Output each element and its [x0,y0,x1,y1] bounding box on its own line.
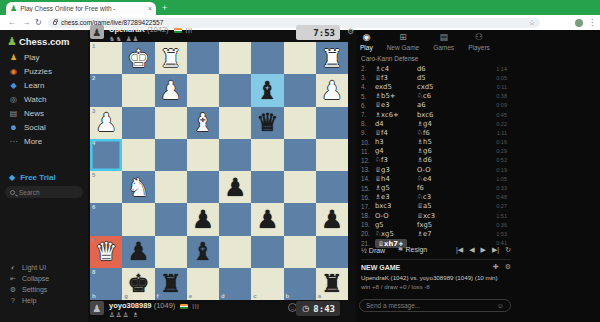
bottom-player-avatar[interactable]: ♟ [90,301,104,315]
chat-input[interactable]: Send a message... ☺ [359,299,511,312]
sidebar-menu: ♟Play◉Puzzles◆Learn◎Watch▤News☻Social⋯Mo… [0,50,88,148]
panel-tabs: ◉Play⊞New Game▤Games⚇Players [360,32,490,51]
file-label-b: b [286,293,290,299]
news-icon: ▤ [9,109,18,118]
square-c3[interactable]: ♛ [251,107,283,139]
square-a3[interactable] [316,107,348,139]
go-start-button[interactable]: |◀ [456,246,463,254]
piece-black-k-g8[interactable]: ♚ [122,268,154,300]
rank-label-8: 8 [92,269,95,275]
back-icon[interactable]: ← [8,18,16,27]
tab-play[interactable]: ◉Play [360,32,373,51]
play-tab-icon: ◉ [362,32,370,42]
forward-icon[interactable]: → [22,18,30,27]
square-a1[interactable]: ♜ [316,42,348,74]
square-d4[interactable] [219,139,251,171]
light-ui-icon: ◐ [9,264,17,271]
opening-name: Caro-Kann Defense [361,55,418,62]
sidebar-item-puzzles[interactable]: ◉Puzzles [0,64,88,78]
window-frame: ♟ Play Chess Online for Free with - × + [0,0,600,15]
square-b8[interactable]: b [284,268,316,300]
square-b3[interactable] [284,107,316,139]
new-game-tab-icon: ⊞ [399,32,407,42]
square-f4[interactable] [155,139,187,171]
sidebar-footer: ◐Light UI⇤Collapse⚙Settings?Help [0,262,88,306]
square-c7[interactable] [251,236,283,268]
reload-icon[interactable]: ↻ [35,18,42,27]
move-row-2[interactable]: 2.♗c4d61:14 [361,64,511,73]
game-controls: ½Draw ⚑Resign |◀◀▶▶|↻ [361,246,511,254]
rank-label-2: 2 [92,75,95,81]
flip-board-button[interactable]: ↻ [505,246,511,254]
tab-players[interactable]: ⚇Players [468,32,490,51]
square-a4[interactable] [316,139,348,171]
square-a6[interactable]: ♟ [316,203,348,235]
square-f7[interactable] [155,236,187,268]
right-panel: ◉Play⊞New Game▤Games⚇Players Caro-Kann D… [356,30,600,322]
sidebar-item-watch[interactable]: ◎Watch [0,92,88,106]
social-icon: ☻ [9,123,18,132]
search-icon [10,190,15,195]
bottom-player-rating: (1049) [154,301,176,310]
players-tab-icon: ⚇ [475,32,483,42]
left-sidebar: ♟ Chess.com ♟Play◉Puzzles◆Learn◎Watch▤Ne… [0,30,88,322]
square-d8[interactable]: d [219,268,251,300]
move-row-12[interactable]: 12.♘f3♗d60:52 [361,156,511,165]
square-h6[interactable]: 6 [90,203,122,235]
square-f3[interactable] [155,107,187,139]
piece-white-n-g5[interactable]: ♞ [122,171,154,203]
chess-board[interactable]: 1♚♜♜2♟♝♟3♟♝♛45♞♟6♟♟♟7♛♟♝8hg♚f♜edcba♜ [90,42,348,300]
top-player-flag-icon [174,28,182,33]
piece-black-r-a8[interactable]: ♜ [316,268,348,300]
file-label-h: h [92,293,96,299]
square-d3[interactable] [219,107,251,139]
sidebar-item-social[interactable]: ☻Social [0,120,88,134]
square-h7[interactable]: 7♛ [90,236,122,268]
square-b5[interactable] [284,171,316,203]
go-back-button[interactable]: ◀ [469,246,474,254]
move-row-17[interactable]: 17.bxc3♕a50:27 [361,202,511,211]
square-d1[interactable] [219,42,251,74]
help-icon: ? [9,297,17,304]
piece-black-b-e7[interactable]: ♝ [187,236,219,268]
square-g7[interactable]: ♟ [122,236,154,268]
move-row-16[interactable]: 16.♗e3♘c30:48 [361,193,511,202]
footer-item-light-ui[interactable]: ◐Light UI [0,262,88,273]
piece-black-p-c6[interactable]: ♟ [251,203,283,235]
piece-white-p-f2[interactable]: ♟ [155,74,187,106]
rank-label-6: 6 [92,204,95,210]
collapse-icon: ⇤ [9,275,17,283]
rank-label-4: 4 [92,140,95,146]
piece-black-b-c2[interactable]: ♝ [251,74,283,106]
square-c5[interactable] [251,171,283,203]
sidebar-item-news[interactable]: ▤News [0,106,88,120]
favicon-pawn-icon: ♟ [10,5,17,13]
top-player-rating: (1042) [147,25,169,34]
bookmark-star-icon[interactable]: ☆ [529,19,535,27]
move-row-5[interactable]: 5.♗b5+♘c60:38 [361,92,511,101]
sidebar-item-more[interactable]: ⋯More [0,134,88,148]
square-c8[interactable]: c [251,268,283,300]
top-player-clock: 7:53 [296,25,340,40]
square-g1[interactable]: ♚ [122,42,154,74]
move-row-15[interactable]: 15.♗g5f60:33 [361,183,511,192]
smiley-icon[interactable]: ☺ [497,302,504,309]
piece-white-b-e3[interactable]: ♝ [187,107,219,139]
square-e8[interactable]: e [187,268,219,300]
square-h4[interactable]: 4 [90,139,122,171]
rank-label-5: 5 [92,172,95,178]
bottom-player-flag-icon [180,304,188,309]
go-forward-button[interactable]: ▶ [481,246,486,254]
new-tab-button[interactable]: + [162,3,167,13]
top-player-bar: ♟ UpendraK (1042) ||| ♞♞ ♟♟ [90,25,193,43]
move-row-18[interactable]: 18.O-O♕xc31:51 [361,211,511,220]
square-g6[interactable] [122,203,154,235]
square-a2[interactable]: ♟ [316,74,348,106]
browser-tab[interactable]: ♟ Play Chess Online for Free with - × [6,2,156,15]
draw-button[interactable]: ½Draw [361,247,385,254]
resign-button[interactable]: ⚑Resign [397,246,427,254]
square-b2[interactable] [284,74,316,106]
logo-pawn-icon: ♟ [7,35,17,48]
square-a5[interactable] [316,171,348,203]
move-row-20[interactable]: 20.♘xg5♗e71:53 [361,229,511,238]
sidebar-item-free-trial[interactable]: ◆ Free Trial [9,173,56,182]
rating-stakes-line: win +8 / draw +0 / loss -8 [361,283,511,290]
footer-item-settings[interactable]: ⚙Settings [0,284,88,295]
go-end-button[interactable]: ▶| [492,246,499,254]
square-g3[interactable] [122,107,154,139]
board-settings-gear-icon[interactable]: ⚙ [347,27,354,36]
move-row-7[interactable]: 7.♗xc6+bxc60:45 [361,110,511,119]
piece-black-p-e6[interactable]: ♟ [187,203,219,235]
tab-games[interactable]: ▤Games [433,32,454,51]
move-row-6[interactable]: 6.♕e3a60:09 [361,101,511,110]
half-point-icon: ½ [361,247,367,254]
diamond-icon: ◆ [9,173,15,182]
piece-white-k-g1[interactable]: ♚ [122,42,154,74]
move-row-14[interactable]: 14.♕h4♘e41:05 [361,174,511,183]
square-g4[interactable] [122,139,154,171]
square-b1[interactable] [284,42,316,74]
more-icon: ⋯ [9,137,18,146]
square-f6[interactable] [155,203,187,235]
square-c6[interactable]: ♟ [251,203,283,235]
pairing-line: UpendraK (1042) vs. yoyo308989 (1049) (1… [361,274,511,281]
piece-white-p-h3[interactable]: ♟ [90,107,122,139]
square-b6[interactable] [284,203,316,235]
bottom-player-clock: ◷ 8:43 [296,301,340,316]
move-row-9[interactable]: 9.♕f4♘f61:11 [361,128,511,137]
square-e4[interactable] [187,139,219,171]
learn-icon: ◆ [9,81,18,90]
square-d2[interactable] [219,74,251,106]
square-e2[interactable] [187,74,219,106]
file-label-c: c [253,293,256,299]
sidebar-item-play[interactable]: ♟Play [0,50,88,64]
piece-white-r-a1[interactable]: ♜ [316,42,348,74]
square-d6[interactable] [219,203,251,235]
piece-black-p-g7[interactable]: ♟ [122,236,154,268]
move-row-4[interactable]: 4.exd5cxd50:11 [361,82,511,91]
tab-title: Play Chess Online for Free with - [20,5,145,12]
square-e5[interactable] [187,171,219,203]
watch-icon: ◎ [9,95,18,104]
move-row-10[interactable]: 10.h3♗h50:16 [361,138,511,147]
free-trial-label: Free Trial [20,173,56,182]
move-nav-buttons: |◀◀▶▶|↻ [456,246,511,254]
piece-white-r-f1[interactable]: ♜ [155,42,187,74]
browser-menu-icon[interactable]: ⋮ [588,18,596,27]
piece-white-q-h7[interactable]: ♛ [90,236,122,268]
page: ♟ Play Chess Online for Free with - × + … [0,0,600,322]
square-f2[interactable]: ♟ [155,74,187,106]
square-h3[interactable]: 3♟ [90,107,122,139]
square-f5[interactable] [155,171,187,203]
square-d7[interactable] [219,236,251,268]
puzzles-icon: ◉ [9,67,18,76]
file-label-e: e [189,293,192,299]
square-e7[interactable]: ♝ [187,236,219,268]
square-c4[interactable] [251,139,283,171]
move-row-8[interactable]: 8.d4♗g40:22 [361,119,511,128]
tab-new-game[interactable]: ⊞New Game [387,32,420,51]
file-label-d: d [221,293,225,299]
piece-black-p-d5[interactable]: ♟ [219,171,251,203]
games-tab-icon: ▤ [439,32,448,42]
square-h8[interactable]: 8h [90,268,122,300]
square-b4[interactable] [284,139,316,171]
square-d5[interactable]: ♟ [219,171,251,203]
play-icon: ♟ [9,53,18,62]
square-h1[interactable]: 1 [90,42,122,74]
settings-gear-icon[interactable]: ⚙ [505,263,511,271]
move-row-13[interactable]: 13.♕g3O-O0:19 [361,165,511,174]
move-list: 2.♗c4d61:143.♕f3d50:054.exd5cxd50:115.♗b… [361,64,511,248]
clock-icon: ◷ [302,304,309,313]
tab-close-icon[interactable]: × [148,5,152,12]
square-f1[interactable]: ♜ [155,42,187,74]
square-a8[interactable]: a♜ [316,268,348,300]
piece-black-r-f8[interactable]: ♜ [155,268,187,300]
square-g2[interactable] [122,74,154,106]
rank-label-1: 1 [92,43,95,49]
piece-black-p-a6[interactable]: ♟ [316,203,348,235]
browser-profile-avatar[interactable] [575,19,583,27]
move-row-3[interactable]: 3.♕f3d50:05 [361,73,511,82]
resign-flag-icon: ⚑ [397,246,403,253]
top-player-name[interactable]: UpendraK (1042) ||| [109,25,193,34]
square-h5[interactable]: 5 [90,171,122,203]
move-row-19[interactable]: 19.g5fxg50:36 [361,220,511,229]
bottom-player-badge-icon: ||| [193,303,200,309]
search-placeholder: Search [19,189,40,196]
bottom-player-bar: ♟ yoyo308989 (1049) ||| ♙♙♙ ♗ [90,301,200,319]
square-e3[interactable]: ♝ [187,107,219,139]
square-c1[interactable] [251,42,283,74]
footer-item-collapse[interactable]: ⇤Collapse [0,273,88,284]
logo-text: Chess.com [19,36,70,47]
chesscom-logo[interactable]: ♟ Chess.com [7,35,70,48]
chat-placeholder: Send a message... [366,302,497,309]
bottom-player-name[interactable]: yoyo308989 (1049) ||| [109,301,200,310]
sidebar-item-learn[interactable]: ◆Learn [0,78,88,92]
square-g8[interactable]: g♚ [122,268,154,300]
top-player-avatar[interactable]: ♟ [90,25,104,39]
square-h2[interactable]: 2 [90,74,122,106]
square-f8[interactable]: f♜ [155,268,187,300]
lock-icon [53,21,57,25]
square-b7[interactable] [284,236,316,268]
square-a7[interactable] [316,236,348,268]
piece-black-q-c3[interactable]: ♛ [251,107,283,139]
settings-icon: ⚙ [9,286,17,294]
move-row-11[interactable]: 11.g4♗g60:29 [361,147,511,156]
square-e1[interactable] [187,42,219,74]
square-g5[interactable]: ♞ [122,171,154,203]
challenge-icon[interactable]: ✚ [493,263,499,271]
new-game-section: NEW GAME ✚ ⚙ UpendraK (1042) vs. yoyo308… [361,259,511,290]
square-c2[interactable]: ♝ [251,74,283,106]
top-player-badge-icon: ||| [186,27,193,33]
piece-white-p-a2[interactable]: ♟ [316,74,348,106]
bottom-captured-pieces: ♙♙♙ ♗ [109,311,200,319]
new-game-title: NEW GAME [361,264,400,271]
square-e6[interactable]: ♟ [187,203,219,235]
sidebar-search-input[interactable]: Search [5,186,83,198]
footer-item-help[interactable]: ?Help [0,295,88,306]
